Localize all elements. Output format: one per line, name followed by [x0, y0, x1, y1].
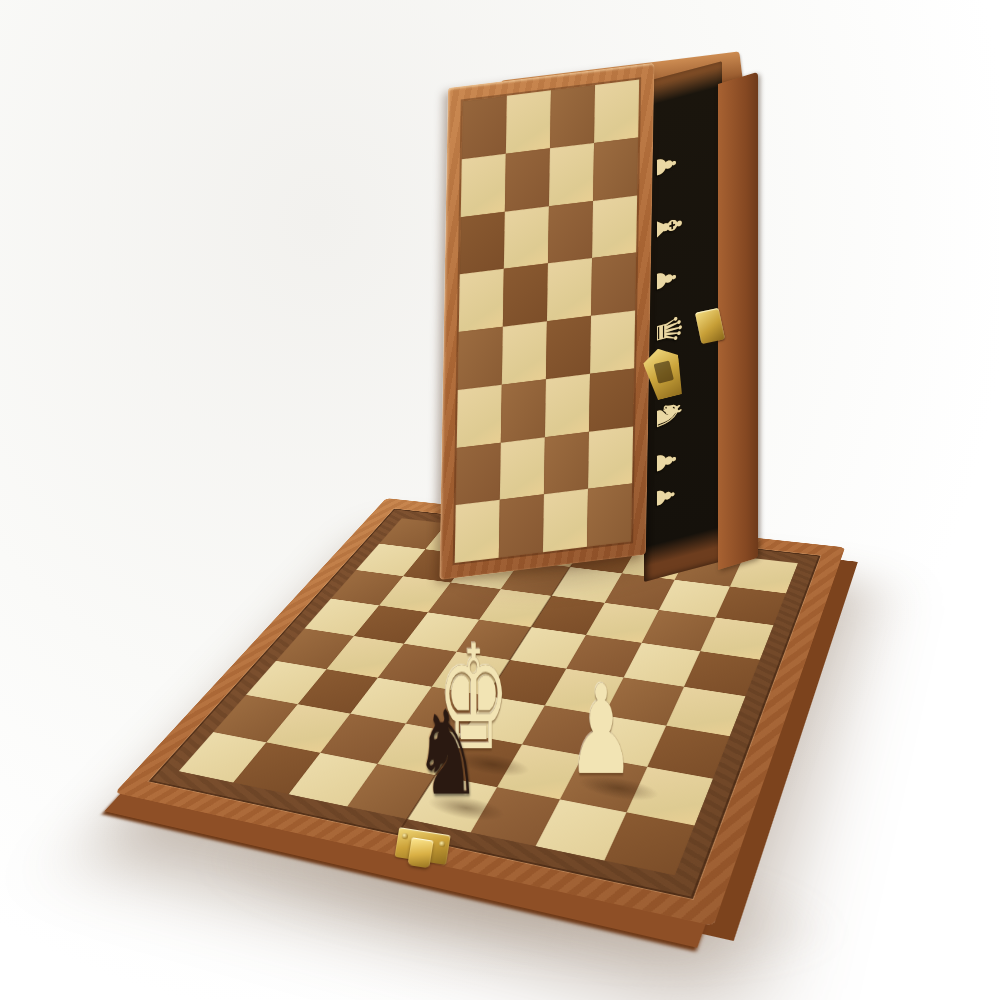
box-square	[505, 148, 550, 211]
box-square	[455, 500, 500, 563]
stored-white-pawn-3: ♟	[653, 446, 679, 476]
stored-white-knight: ♞	[652, 394, 686, 434]
box-square	[548, 200, 593, 263]
box-square	[459, 269, 504, 332]
box-square	[457, 384, 502, 447]
box-square	[503, 264, 548, 327]
box-square	[499, 495, 544, 558]
folded-chess-box: ♟♝♟♛♜♞♟♟	[440, 58, 770, 618]
box-back-half-frame	[718, 72, 758, 570]
box-square	[546, 316, 591, 379]
box-square	[587, 484, 632, 547]
stored-white-pawn-1: ♟	[653, 150, 679, 180]
box-square	[460, 211, 505, 274]
box-square	[549, 143, 594, 206]
box-checker-panel	[455, 79, 639, 563]
box-square	[461, 153, 506, 216]
box-square	[543, 489, 588, 552]
box-square	[545, 374, 590, 437]
box-square	[458, 327, 503, 390]
chess-set-product-photo: ♚♟♞ ♟♝♟♛♜♞♟♟	[0, 0, 1000, 1000]
box-square	[504, 206, 549, 269]
box-square	[500, 437, 545, 500]
stored-white-bishop: ♝	[652, 206, 686, 246]
box-front-face	[439, 63, 654, 580]
box-square	[594, 79, 639, 142]
box-square	[591, 253, 636, 316]
box-square	[544, 431, 589, 494]
board-brass-clasp	[393, 827, 450, 873]
stored-white-pawn-4: ♟	[653, 482, 677, 510]
box-square	[501, 379, 546, 442]
box-square	[589, 368, 634, 431]
clasp-tongue	[407, 837, 433, 868]
box-square	[590, 310, 635, 373]
box-square	[502, 321, 547, 384]
box-square	[456, 442, 501, 505]
box-square	[547, 258, 592, 321]
box-square	[550, 85, 595, 148]
box-square	[462, 96, 507, 159]
box-square	[592, 195, 637, 258]
box-square	[588, 426, 633, 489]
black-knight-glyph: ♞	[414, 696, 481, 813]
stored-white-pawn-2: ♟	[653, 264, 679, 294]
box-square	[593, 137, 638, 200]
white-pawn-glyph: ♟	[568, 669, 635, 793]
stored-white-queen: ♛	[652, 310, 686, 350]
box-square	[506, 90, 551, 153]
